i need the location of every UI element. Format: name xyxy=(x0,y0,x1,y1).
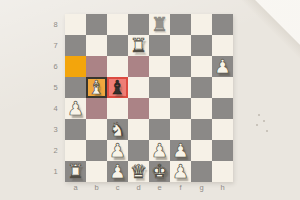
app-background: 87654321 abcdefgh ♜♜♟♝♝♟♞♟♟♟♜♟♛♚♟ xyxy=(0,0,300,200)
black-bishop[interactable]: ♝ xyxy=(107,77,128,98)
square-g7[interactable] xyxy=(191,35,212,56)
square-e8[interactable]: ♜ xyxy=(149,14,170,35)
rank-label-1: 1 xyxy=(49,161,62,182)
square-g2[interactable] xyxy=(191,140,212,161)
white-king[interactable]: ♚ xyxy=(149,161,170,182)
square-e7[interactable] xyxy=(149,35,170,56)
white-pawn[interactable]: ♟ xyxy=(170,161,191,182)
square-b8[interactable] xyxy=(86,14,107,35)
square-f3[interactable] xyxy=(170,119,191,140)
square-h5[interactable] xyxy=(212,77,233,98)
chess-board: ♜♜♟♝♝♟♞♟♟♟♜♟♛♚♟ xyxy=(65,14,233,182)
square-f5[interactable] xyxy=(170,77,191,98)
file-label-c: c xyxy=(107,183,128,193)
white-pawn[interactable]: ♟ xyxy=(149,140,170,161)
rank-label-5: 5 xyxy=(49,77,62,98)
rank-label-2: 2 xyxy=(49,140,62,161)
white-rook[interactable]: ♜ xyxy=(65,161,86,182)
square-e5[interactable] xyxy=(149,77,170,98)
square-f7[interactable] xyxy=(170,35,191,56)
square-e2[interactable]: ♟ xyxy=(149,140,170,161)
square-d6[interactable] xyxy=(128,56,149,77)
square-d5[interactable] xyxy=(128,77,149,98)
square-d4[interactable] xyxy=(128,98,149,119)
square-g1[interactable] xyxy=(191,161,212,182)
rank-label-3: 3 xyxy=(49,119,62,140)
square-a4[interactable]: ♟ xyxy=(65,98,86,119)
square-h7[interactable] xyxy=(212,35,233,56)
black-rook-ghost[interactable]: ♜ xyxy=(149,14,170,35)
square-f4[interactable] xyxy=(170,98,191,119)
white-pawn[interactable]: ♟ xyxy=(212,56,233,77)
square-c1[interactable]: ♟ xyxy=(107,161,128,182)
square-e3[interactable] xyxy=(149,119,170,140)
white-knight[interactable]: ♞ xyxy=(107,119,128,140)
square-f2[interactable]: ♟ xyxy=(170,140,191,161)
file-labels: abcdefgh xyxy=(65,183,233,193)
square-a5[interactable] xyxy=(65,77,86,98)
square-f1[interactable]: ♟ xyxy=(170,161,191,182)
square-d7[interactable]: ♜ xyxy=(128,35,149,56)
square-g3[interactable] xyxy=(191,119,212,140)
file-label-a: a xyxy=(65,183,86,193)
square-b3[interactable] xyxy=(86,119,107,140)
rank-labels: 87654321 xyxy=(49,14,62,182)
square-a3[interactable] xyxy=(65,119,86,140)
square-c3[interactable]: ♞ xyxy=(107,119,128,140)
square-h3[interactable] xyxy=(212,119,233,140)
background-speck xyxy=(263,120,265,122)
square-h6[interactable]: ♟ xyxy=(212,56,233,77)
white-rook[interactable]: ♜ xyxy=(128,35,149,56)
page-corner-sheen xyxy=(230,0,300,60)
square-f6[interactable] xyxy=(170,56,191,77)
square-e6[interactable] xyxy=(149,56,170,77)
square-a7[interactable] xyxy=(65,35,86,56)
square-h2[interactable] xyxy=(212,140,233,161)
square-d8[interactable] xyxy=(128,14,149,35)
file-label-e: e xyxy=(149,183,170,193)
file-label-h: h xyxy=(212,183,233,193)
rank-label-8: 8 xyxy=(49,14,62,35)
file-label-b: b xyxy=(86,183,107,193)
square-c8[interactable] xyxy=(107,14,128,35)
square-g5[interactable] xyxy=(191,77,212,98)
square-b6[interactable] xyxy=(86,56,107,77)
square-h8[interactable] xyxy=(212,14,233,35)
file-label-d: d xyxy=(128,183,149,193)
background-speck xyxy=(256,124,258,126)
square-f8[interactable] xyxy=(170,14,191,35)
rank-label-6: 6 xyxy=(49,56,62,77)
square-h4[interactable] xyxy=(212,98,233,119)
square-b7[interactable] xyxy=(86,35,107,56)
white-pawn[interactable]: ♟ xyxy=(107,161,128,182)
square-e1[interactable]: ♚ xyxy=(149,161,170,182)
square-g8[interactable] xyxy=(191,14,212,35)
square-b4[interactable] xyxy=(86,98,107,119)
square-c5[interactable]: ♝ xyxy=(107,77,128,98)
square-g6[interactable] xyxy=(191,56,212,77)
white-bishop[interactable]: ♝ xyxy=(86,77,107,98)
square-d1[interactable]: ♛ xyxy=(128,161,149,182)
white-pawn[interactable]: ♟ xyxy=(170,140,191,161)
file-label-f: f xyxy=(170,183,191,193)
background-speck xyxy=(258,114,260,116)
square-g4[interactable] xyxy=(191,98,212,119)
square-c7[interactable] xyxy=(107,35,128,56)
white-pawn[interactable]: ♟ xyxy=(107,140,128,161)
square-a2[interactable] xyxy=(65,140,86,161)
square-d2[interactable] xyxy=(128,140,149,161)
square-c2[interactable]: ♟ xyxy=(107,140,128,161)
background-speck xyxy=(266,130,268,132)
square-e4[interactable] xyxy=(149,98,170,119)
square-b1[interactable] xyxy=(86,161,107,182)
white-pawn[interactable]: ♟ xyxy=(65,98,86,119)
square-b5[interactable]: ♝ xyxy=(86,77,107,98)
square-a8[interactable] xyxy=(65,14,86,35)
square-c4[interactable] xyxy=(107,98,128,119)
white-queen[interactable]: ♛ xyxy=(128,161,149,182)
square-a6[interactable] xyxy=(65,56,86,77)
square-c6[interactable] xyxy=(107,56,128,77)
square-a1[interactable]: ♜ xyxy=(65,161,86,182)
rank-label-7: 7 xyxy=(49,35,62,56)
file-label-g: g xyxy=(191,183,212,193)
rank-label-4: 4 xyxy=(49,98,62,119)
square-h1[interactable] xyxy=(212,161,233,182)
square-d3[interactable] xyxy=(128,119,149,140)
square-b2[interactable] xyxy=(86,140,107,161)
